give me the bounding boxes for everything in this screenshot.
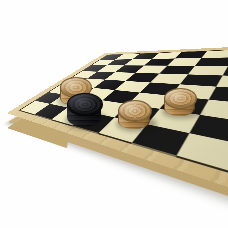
checker-top: [67, 93, 103, 116]
checker-top: [164, 88, 197, 109]
checker-black-1: [67, 93, 101, 127]
checker-light-3: [164, 88, 195, 116]
checker-light-2: [118, 100, 150, 129]
checker-top: [118, 100, 152, 122]
photo-stage: [0, 0, 228, 228]
